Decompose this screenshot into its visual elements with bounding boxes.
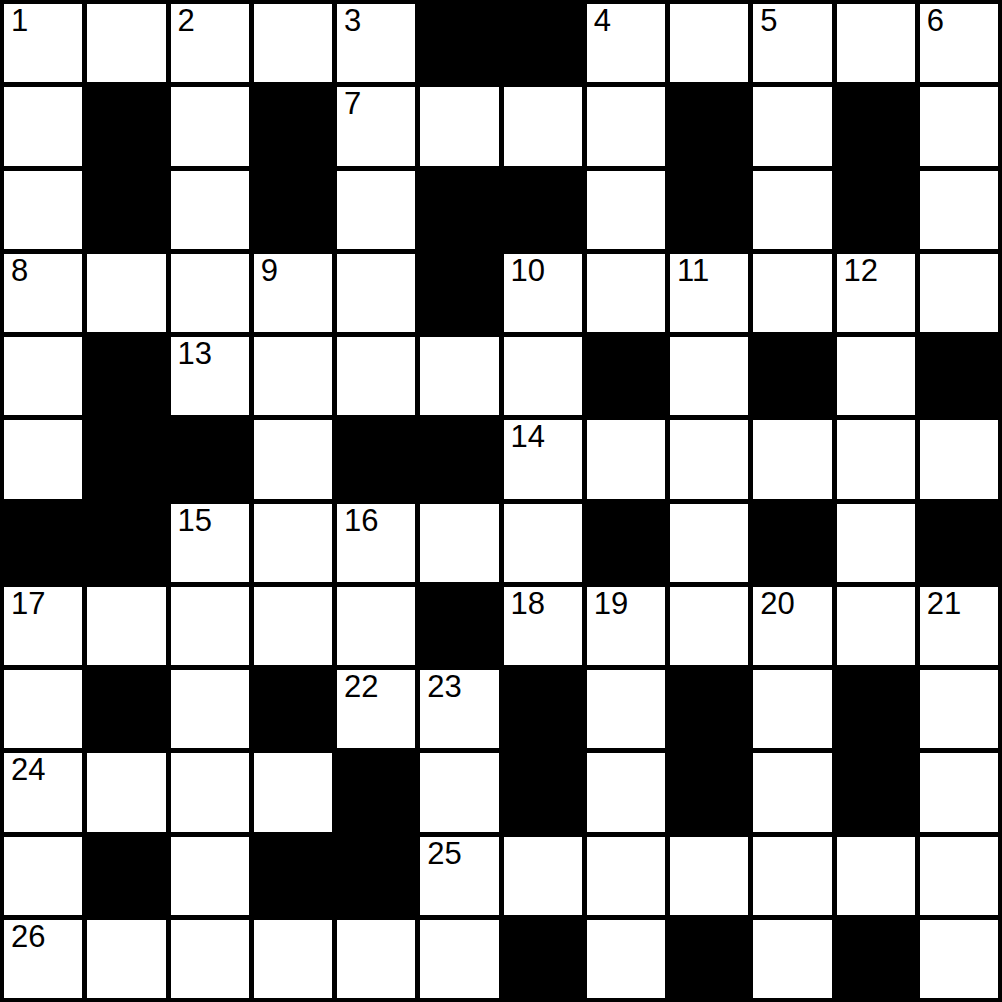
- grid-cell[interactable]: [171, 171, 249, 249]
- clue-number: 25: [427, 838, 461, 869]
- block-cell: [87, 420, 165, 498]
- grid-cell[interactable]: [420, 920, 498, 998]
- block-cell: [337, 837, 415, 915]
- grid-cell[interactable]: [670, 504, 748, 582]
- clue-number: 8: [11, 255, 28, 286]
- grid-cell[interactable]: [254, 337, 332, 415]
- grid-cell[interactable]: [753, 171, 831, 249]
- block-cell: [254, 87, 332, 165]
- block-cell: [920, 337, 998, 415]
- grid-cell[interactable]: [87, 4, 165, 82]
- clue-number: 12: [844, 255, 878, 286]
- grid-cell[interactable]: [920, 420, 998, 498]
- block-cell: [504, 753, 582, 831]
- grid-cell[interactable]: [920, 171, 998, 249]
- clue-number: 10: [511, 255, 545, 286]
- grid-cell[interactable]: 26: [4, 920, 82, 998]
- block-cell: [87, 670, 165, 748]
- grid-cell[interactable]: [670, 587, 748, 665]
- grid-cell[interactable]: [4, 420, 82, 498]
- grid-cell[interactable]: 12: [837, 254, 915, 332]
- grid-cell[interactable]: [171, 837, 249, 915]
- grid-cell[interactable]: 6: [920, 4, 998, 82]
- grid-cell[interactable]: [920, 87, 998, 165]
- page: 1234567891011121314151617181920212223242…: [0, 0, 1002, 1002]
- grid-cell[interactable]: [837, 837, 915, 915]
- clue-number: 16: [344, 505, 378, 536]
- block-cell: [420, 4, 498, 82]
- block-cell: [420, 171, 498, 249]
- grid-cell[interactable]: [337, 337, 415, 415]
- block-cell: [670, 171, 748, 249]
- grid-cell[interactable]: [254, 504, 332, 582]
- grid-cell[interactable]: [587, 670, 665, 748]
- grid-cell[interactable]: [920, 670, 998, 748]
- grid-cell[interactable]: 18: [504, 587, 582, 665]
- grid-cell[interactable]: [171, 753, 249, 831]
- grid-cell[interactable]: 8: [4, 254, 82, 332]
- grid-cell[interactable]: 21: [920, 587, 998, 665]
- clue-number: 11: [677, 255, 709, 286]
- grid-cell[interactable]: [837, 420, 915, 498]
- block-cell: [504, 920, 582, 998]
- grid-cell[interactable]: [4, 87, 82, 165]
- grid-cell[interactable]: [420, 504, 498, 582]
- clue-number: 2: [178, 5, 195, 36]
- grid-cell[interactable]: [254, 920, 332, 998]
- grid-cell[interactable]: [670, 420, 748, 498]
- grid-cell[interactable]: 16: [337, 504, 415, 582]
- block-cell: [337, 420, 415, 498]
- grid-cell[interactable]: [587, 254, 665, 332]
- block-cell: [670, 753, 748, 831]
- block-cell: [87, 337, 165, 415]
- grid-cell[interactable]: [337, 254, 415, 332]
- block-cell: [837, 670, 915, 748]
- block-cell: [4, 504, 82, 582]
- grid-cell[interactable]: [920, 753, 998, 831]
- grid-cell[interactable]: [87, 587, 165, 665]
- grid-cell[interactable]: 7: [337, 87, 415, 165]
- block-cell: [587, 337, 665, 415]
- grid-cell[interactable]: 17: [4, 587, 82, 665]
- grid-cell[interactable]: 15: [171, 504, 249, 582]
- clue-number: 18: [511, 588, 545, 619]
- clue-number: 24: [11, 754, 45, 785]
- block-cell: [254, 670, 332, 748]
- grid-cell[interactable]: 22: [337, 670, 415, 748]
- grid-cell[interactable]: 10: [504, 254, 582, 332]
- block-cell: [87, 504, 165, 582]
- block-cell: [87, 171, 165, 249]
- block-cell: [587, 504, 665, 582]
- grid-cell[interactable]: [587, 420, 665, 498]
- grid-cell[interactable]: [171, 920, 249, 998]
- grid-cell[interactable]: [254, 753, 332, 831]
- clue-number: 6: [927, 5, 944, 36]
- grid-cell[interactable]: [837, 4, 915, 82]
- grid-cell[interactable]: [753, 420, 831, 498]
- grid-cell[interactable]: 3: [337, 4, 415, 82]
- clue-number: 14: [511, 421, 545, 452]
- grid-cell[interactable]: [4, 670, 82, 748]
- block-cell: [837, 753, 915, 831]
- grid-cell[interactable]: [670, 4, 748, 82]
- clue-number: 1: [11, 5, 28, 36]
- block-cell: [670, 920, 748, 998]
- grid-cell[interactable]: [837, 587, 915, 665]
- grid-cell[interactable]: 20: [753, 587, 831, 665]
- grid-cell[interactable]: [254, 587, 332, 665]
- block-cell: [420, 420, 498, 498]
- grid-cell[interactable]: 23: [420, 670, 498, 748]
- grid-cell[interactable]: [753, 87, 831, 165]
- clue-number: 22: [344, 671, 378, 702]
- clue-number: 17: [11, 588, 45, 619]
- block-cell: [837, 920, 915, 998]
- clue-number: 15: [178, 505, 212, 536]
- block-cell: [837, 87, 915, 165]
- grid-cell[interactable]: [753, 254, 831, 332]
- clue-number: 21: [927, 588, 961, 619]
- grid-cell[interactable]: 5: [753, 4, 831, 82]
- grid-cell[interactable]: [337, 587, 415, 665]
- block-cell: [670, 87, 748, 165]
- grid-cell[interactable]: 19: [587, 587, 665, 665]
- grid-cell[interactable]: [670, 837, 748, 915]
- grid-cell[interactable]: [837, 504, 915, 582]
- grid-cell[interactable]: [87, 920, 165, 998]
- clue-number: 23: [427, 671, 461, 702]
- grid-cell[interactable]: 14: [504, 420, 582, 498]
- block-cell: [87, 87, 165, 165]
- grid-cell[interactable]: [587, 87, 665, 165]
- grid-cell[interactable]: [670, 337, 748, 415]
- grid-cell[interactable]: 1: [4, 4, 82, 82]
- grid-cell[interactable]: [420, 753, 498, 831]
- block-cell: [254, 171, 332, 249]
- clue-number: 9: [261, 255, 278, 286]
- grid-cell[interactable]: [254, 420, 332, 498]
- grid-cell[interactable]: [587, 753, 665, 831]
- grid-cell[interactable]: [753, 920, 831, 998]
- grid-cell[interactable]: [920, 254, 998, 332]
- grid-cell[interactable]: 9: [254, 254, 332, 332]
- grid-cell[interactable]: [920, 837, 998, 915]
- grid-cell[interactable]: [587, 920, 665, 998]
- grid-cell[interactable]: [254, 4, 332, 82]
- grid-cell[interactable]: 13: [171, 337, 249, 415]
- block-cell: [753, 504, 831, 582]
- grid-cell[interactable]: [171, 254, 249, 332]
- grid-cell[interactable]: [504, 87, 582, 165]
- grid-cell[interactable]: [920, 920, 998, 998]
- block-cell: [920, 504, 998, 582]
- grid-cell[interactable]: [87, 753, 165, 831]
- grid-cell[interactable]: [504, 337, 582, 415]
- clue-number: 4: [594, 5, 611, 36]
- clue-number: 7: [344, 88, 361, 119]
- grid-cell[interactable]: [587, 171, 665, 249]
- block-cell: [504, 4, 582, 82]
- grid-cell[interactable]: [171, 587, 249, 665]
- grid-cell[interactable]: [753, 753, 831, 831]
- grid-cell[interactable]: [504, 504, 582, 582]
- grid-cell[interactable]: [420, 337, 498, 415]
- block-cell: [337, 753, 415, 831]
- grid-cell[interactable]: [337, 920, 415, 998]
- clue-number: 26: [11, 921, 45, 952]
- clue-number: 19: [594, 588, 628, 619]
- block-cell: [670, 670, 748, 748]
- block-cell: [753, 337, 831, 415]
- grid-cell[interactable]: [87, 254, 165, 332]
- grid-cell[interactable]: [837, 337, 915, 415]
- grid-cell[interactable]: [587, 837, 665, 915]
- grid-cell[interactable]: [171, 87, 249, 165]
- block-cell: [171, 420, 249, 498]
- grid-cell[interactable]: [753, 837, 831, 915]
- grid-cell[interactable]: 2: [171, 4, 249, 82]
- grid-cell[interactable]: [504, 837, 582, 915]
- block-cell: [420, 587, 498, 665]
- grid-cell[interactable]: 11: [670, 254, 748, 332]
- clue-number: 20: [760, 588, 794, 619]
- block-cell: [87, 837, 165, 915]
- clue-number: 3: [344, 5, 361, 36]
- grid-cell[interactable]: [337, 171, 415, 249]
- block-cell: [504, 670, 582, 748]
- grid-cell[interactable]: [171, 670, 249, 748]
- block-cell: [420, 254, 498, 332]
- clue-number: 13: [178, 338, 212, 369]
- block-cell: [837, 171, 915, 249]
- clue-number: 5: [760, 5, 777, 36]
- grid-cell[interactable]: 25: [420, 837, 498, 915]
- grid-cell[interactable]: [4, 837, 82, 915]
- grid-cell[interactable]: 24: [4, 753, 82, 831]
- grid-cell[interactable]: [4, 171, 82, 249]
- grid-cell[interactable]: [753, 670, 831, 748]
- block-cell: [254, 837, 332, 915]
- block-cell: [504, 171, 582, 249]
- grid-cell[interactable]: [420, 87, 498, 165]
- grid-cell[interactable]: 4: [587, 4, 665, 82]
- crossword-grid: 1234567891011121314151617181920212223242…: [0, 0, 1002, 1002]
- grid-cell[interactable]: [4, 337, 82, 415]
